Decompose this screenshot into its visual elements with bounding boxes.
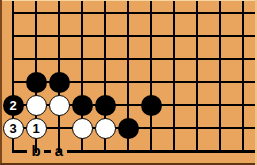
grid-line <box>12 12 255 14</box>
stone-black-move-2[interactable]: 2 <box>3 95 24 116</box>
grid-line <box>67 150 255 153</box>
grid-line <box>12 35 255 37</box>
stone-white[interactable] <box>49 95 70 116</box>
grid-line <box>219 1 221 153</box>
stone-white[interactable] <box>95 118 116 139</box>
go-board-diagram: 231 ba <box>0 0 257 165</box>
board-border-left <box>0 0 2 165</box>
board-border-bottom <box>0 163 257 165</box>
stone-black[interactable] <box>118 118 139 139</box>
grid-line <box>44 150 51 153</box>
stone-black[interactable] <box>95 95 116 116</box>
stone-white[interactable] <box>26 95 47 116</box>
stone-white[interactable] <box>72 118 93 139</box>
move-number: 3 <box>9 122 16 135</box>
stone-white-move-3[interactable]: 3 <box>3 118 24 139</box>
grid-line <box>242 1 244 153</box>
stone-black[interactable] <box>26 72 47 93</box>
grid-line <box>173 1 175 153</box>
board-border-top <box>0 0 257 1</box>
grid-line <box>196 1 198 153</box>
stone-black[interactable] <box>141 95 162 116</box>
grid-line <box>12 150 27 153</box>
move-number: 1 <box>32 122 39 135</box>
point-label-a[interactable]: a <box>55 143 63 158</box>
stone-white-move-1[interactable]: 1 <box>26 118 47 139</box>
point-label-b[interactable]: b <box>31 143 40 158</box>
stone-black[interactable] <box>49 72 70 93</box>
move-number: 2 <box>9 99 16 112</box>
grid-line <box>12 58 255 60</box>
grid-line <box>150 1 152 153</box>
board-border-right <box>255 0 257 165</box>
stone-black[interactable] <box>72 95 93 116</box>
